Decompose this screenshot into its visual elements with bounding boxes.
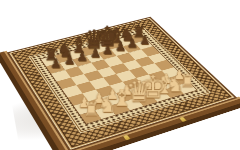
chess-piece-dark-knight: ♞	[119, 27, 132, 42]
board-square: ♜	[176, 82, 197, 94]
board-square	[78, 63, 97, 74]
chess-piece-dark-rook: ♜	[131, 26, 144, 39]
chess-piece-dark-knight: ♞	[57, 43, 71, 59]
brass-latch	[180, 117, 187, 122]
board-square	[57, 77, 76, 89]
playfield: ♜♞♝♛♚♝♞♜♟♟♟♟♟♟♟♟♟♟♟♟♟♟♟♟♜♞♝♛♚♝♞♜	[40, 33, 198, 124]
product-photo-scene: ♜♞♝♛♚♝♞♜♟♟♟♟♟♟♟♟♟♟♟♟♟♟♟♟♜♞♝♛♚♝♞♜	[0, 0, 240, 150]
chess-piece-dark-queen: ♛	[82, 30, 96, 52]
brass-latch	[124, 135, 131, 140]
chess-board: ♜♞♝♛♚♝♞♜♟♟♟♟♟♟♟♟♟♟♟♟♟♟♟♟♜♞♝♛♚♝♞♜	[7, 17, 238, 150]
board-square: ♟	[129, 86, 149, 98]
